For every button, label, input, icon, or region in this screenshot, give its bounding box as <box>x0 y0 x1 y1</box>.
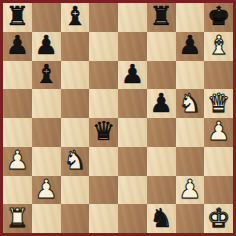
square-d7[interactable] <box>89 32 118 61</box>
piece-black-king[interactable]: ♚ <box>207 3 230 29</box>
square-g3[interactable] <box>176 147 205 176</box>
piece-black-knight[interactable]: ♞ <box>149 205 172 231</box>
chess-board-frame: ♜♝♜♚♟♟♟♝♝♟♟♞♛♛♟♟♞♟♟♜♞♚ <box>0 0 236 236</box>
square-h7[interactable]: ♝ <box>204 32 233 61</box>
square-a2[interactable] <box>3 176 32 205</box>
piece-black-pawn[interactable]: ♟ <box>6 32 29 58</box>
square-e5[interactable] <box>118 89 147 118</box>
piece-white-pawn[interactable]: ♟ <box>34 176 57 202</box>
square-c6[interactable] <box>61 61 90 90</box>
square-b8[interactable] <box>32 3 61 32</box>
piece-white-king[interactable]: ♚ <box>207 205 230 231</box>
square-b5[interactable] <box>32 89 61 118</box>
square-g1[interactable] <box>176 204 205 233</box>
piece-black-pawn[interactable]: ♟ <box>178 32 201 58</box>
square-e8[interactable] <box>118 3 147 32</box>
square-d1[interactable] <box>89 204 118 233</box>
square-e1[interactable] <box>118 204 147 233</box>
square-f4[interactable] <box>147 118 176 147</box>
piece-black-rook[interactable]: ♜ <box>149 3 172 29</box>
piece-white-rook[interactable]: ♜ <box>6 205 29 231</box>
square-h6[interactable] <box>204 61 233 90</box>
square-e2[interactable] <box>118 176 147 205</box>
square-h8[interactable]: ♚ <box>204 3 233 32</box>
square-g6[interactable] <box>176 61 205 90</box>
piece-black-bishop[interactable]: ♝ <box>63 3 86 29</box>
square-f7[interactable] <box>147 32 176 61</box>
square-a7[interactable]: ♟ <box>3 32 32 61</box>
piece-white-queen[interactable]: ♛ <box>207 90 230 116</box>
square-f8[interactable]: ♜ <box>147 3 176 32</box>
square-h4[interactable]: ♟ <box>204 118 233 147</box>
square-e4[interactable] <box>118 118 147 147</box>
piece-white-pawn[interactable]: ♟ <box>6 147 29 173</box>
square-b6[interactable]: ♝ <box>32 61 61 90</box>
square-c5[interactable] <box>61 89 90 118</box>
square-a3[interactable]: ♟ <box>3 147 32 176</box>
square-f5[interactable]: ♟ <box>147 89 176 118</box>
square-f3[interactable] <box>147 147 176 176</box>
square-f1[interactable]: ♞ <box>147 204 176 233</box>
piece-black-pawn[interactable]: ♟ <box>149 90 172 116</box>
square-b3[interactable] <box>32 147 61 176</box>
square-c8[interactable]: ♝ <box>61 3 90 32</box>
square-d2[interactable] <box>89 176 118 205</box>
square-f6[interactable] <box>147 61 176 90</box>
square-b7[interactable]: ♟ <box>32 32 61 61</box>
square-b2[interactable]: ♟ <box>32 176 61 205</box>
piece-white-bishop[interactable]: ♝ <box>207 32 230 58</box>
square-g2[interactable]: ♟ <box>176 176 205 205</box>
piece-white-knight[interactable]: ♞ <box>63 147 86 173</box>
square-a6[interactable] <box>3 61 32 90</box>
square-a1[interactable]: ♜ <box>3 204 32 233</box>
square-g5[interactable]: ♞ <box>176 89 205 118</box>
piece-black-rook[interactable]: ♜ <box>6 3 29 29</box>
square-d3[interactable] <box>89 147 118 176</box>
square-f2[interactable] <box>147 176 176 205</box>
square-c1[interactable] <box>61 204 90 233</box>
piece-black-queen[interactable]: ♛ <box>92 118 115 144</box>
square-a4[interactable] <box>3 118 32 147</box>
square-c4[interactable] <box>61 118 90 147</box>
square-d8[interactable] <box>89 3 118 32</box>
square-c7[interactable] <box>61 32 90 61</box>
piece-black-pawn[interactable]: ♟ <box>34 32 57 58</box>
square-g8[interactable] <box>176 3 205 32</box>
square-c3[interactable]: ♞ <box>61 147 90 176</box>
square-d4[interactable]: ♛ <box>89 118 118 147</box>
square-c2[interactable] <box>61 176 90 205</box>
square-b1[interactable] <box>32 204 61 233</box>
square-g4[interactable] <box>176 118 205 147</box>
piece-white-knight[interactable]: ♞ <box>178 90 201 116</box>
square-d5[interactable] <box>89 89 118 118</box>
square-e6[interactable]: ♟ <box>118 61 147 90</box>
piece-white-pawn[interactable]: ♟ <box>178 176 201 202</box>
square-h5[interactable]: ♛ <box>204 89 233 118</box>
square-h2[interactable] <box>204 176 233 205</box>
square-b4[interactable] <box>32 118 61 147</box>
square-a8[interactable]: ♜ <box>3 3 32 32</box>
chess-board: ♜♝♜♚♟♟♟♝♝♟♟♞♛♛♟♟♞♟♟♜♞♚ <box>3 3 233 233</box>
square-h1[interactable]: ♚ <box>204 204 233 233</box>
square-a5[interactable] <box>3 89 32 118</box>
piece-black-pawn[interactable]: ♟ <box>121 61 144 87</box>
square-e7[interactable] <box>118 32 147 61</box>
square-e3[interactable] <box>118 147 147 176</box>
square-h3[interactable] <box>204 147 233 176</box>
square-g7[interactable]: ♟ <box>176 32 205 61</box>
piece-white-pawn[interactable]: ♟ <box>207 118 230 144</box>
square-d6[interactable] <box>89 61 118 90</box>
piece-black-bishop[interactable]: ♝ <box>34 61 57 87</box>
